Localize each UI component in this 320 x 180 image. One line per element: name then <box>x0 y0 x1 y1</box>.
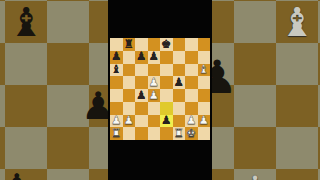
piece-black-rook-b8: ♜ <box>124 38 134 50</box>
square-b5[interactable] <box>123 76 136 89</box>
background-board-left: ♝ ♟ ♟ <box>0 0 110 180</box>
square-f5[interactable]: ♟ <box>173 76 186 89</box>
bg-white-bishop-icon: ♝ <box>276 1 318 43</box>
square-f3[interactable] <box>173 102 186 115</box>
square-g1[interactable]: ♚ <box>185 127 198 140</box>
square-h1[interactable] <box>198 127 211 140</box>
square-d7[interactable]: ♟ <box>148 51 161 64</box>
piece-black-pawn-d7: ♟ <box>149 51 159 63</box>
square-e4[interactable] <box>160 89 173 102</box>
square-e6[interactable] <box>160 64 173 77</box>
square-e2[interactable]: ♟ <box>160 115 173 128</box>
piece-black-pawn-f5: ♟ <box>174 76 184 88</box>
piece-white-bishop-h6: ♝ <box>199 64 209 76</box>
square-a6[interactable]: ♝ <box>110 64 123 77</box>
piece-white-rook-f1: ♜ <box>174 127 184 139</box>
square-c4[interactable]: ♟ <box>135 89 148 102</box>
square-c2[interactable] <box>135 115 148 128</box>
square-g8[interactable] <box>185 38 198 51</box>
square-f8[interactable] <box>173 38 186 51</box>
square-b2[interactable]: ♟ <box>123 115 136 128</box>
square-f4[interactable] <box>173 89 186 102</box>
square-b8[interactable]: ♜ <box>123 38 136 51</box>
square-h4[interactable] <box>198 89 211 102</box>
square-a4[interactable] <box>110 89 123 102</box>
square-a5[interactable] <box>110 76 123 89</box>
square-d2[interactable] <box>148 115 161 128</box>
square-c6[interactable] <box>135 64 148 77</box>
square-f1[interactable]: ♜ <box>173 127 186 140</box>
square-e5[interactable] <box>160 76 173 89</box>
square-h8[interactable] <box>198 38 211 51</box>
square-b6[interactable] <box>123 64 136 77</box>
piece-white-king-g1: ♚ <box>186 127 196 139</box>
square-a1[interactable]: ♜ <box>110 127 123 140</box>
bg-black-pawn-partial-icon: ♟ <box>0 164 38 180</box>
square-b4[interactable] <box>123 89 136 102</box>
piece-black-king-e8: ♚ <box>161 38 171 50</box>
piece-white-pawn-h2: ♟ <box>199 115 209 127</box>
piece-black-pawn-e2: ♟ <box>161 115 171 127</box>
square-d1[interactable] <box>148 127 161 140</box>
square-c1[interactable] <box>135 127 148 140</box>
square-d4[interactable]: ♟ <box>148 89 161 102</box>
square-b7[interactable] <box>123 51 136 64</box>
bg-black-bishop-icon: ♝ <box>5 1 47 43</box>
background-board-right: ♝ ♟ ♟ <box>210 0 320 180</box>
chess-board: ♜♚♟♟♟♝♝♟♟♟♟♟♟♟♟♟♜♜♚ <box>110 38 210 140</box>
video-frame: ♝ ♟ ♟ ♝ ♟ ♟ ♜♚♟♟♟♝♝♟♟♟♟♟♟♟♟♟♜♜♚ <box>0 0 320 180</box>
piece-black-pawn-c7: ♟ <box>136 51 146 63</box>
square-e8[interactable]: ♚ <box>160 38 173 51</box>
square-c7[interactable]: ♟ <box>135 51 148 64</box>
square-g7[interactable] <box>185 51 198 64</box>
bg-white-pawn-partial-icon: ♟ <box>234 166 276 180</box>
piece-white-pawn-d4: ♟ <box>149 89 159 101</box>
square-g4[interactable] <box>185 89 198 102</box>
square-h6[interactable]: ♝ <box>198 64 211 77</box>
square-h2[interactable]: ♟ <box>198 115 211 128</box>
square-e7[interactable] <box>160 51 173 64</box>
square-g5[interactable] <box>185 76 198 89</box>
piece-black-pawn-c4: ♟ <box>136 89 146 101</box>
square-b1[interactable] <box>123 127 136 140</box>
square-c3[interactable] <box>135 102 148 115</box>
piece-white-rook-a1: ♜ <box>111 127 121 139</box>
letterbox-strip: ♜♚♟♟♟♝♝♟♟♟♟♟♟♟♟♟♜♜♚ <box>108 0 212 180</box>
square-g6[interactable] <box>185 64 198 77</box>
square-h5[interactable] <box>198 76 211 89</box>
square-f7[interactable] <box>173 51 186 64</box>
square-d3[interactable] <box>148 102 161 115</box>
piece-white-pawn-b2: ♟ <box>124 115 134 127</box>
square-e1[interactable] <box>160 127 173 140</box>
piece-black-bishop-a6: ♝ <box>111 64 121 76</box>
